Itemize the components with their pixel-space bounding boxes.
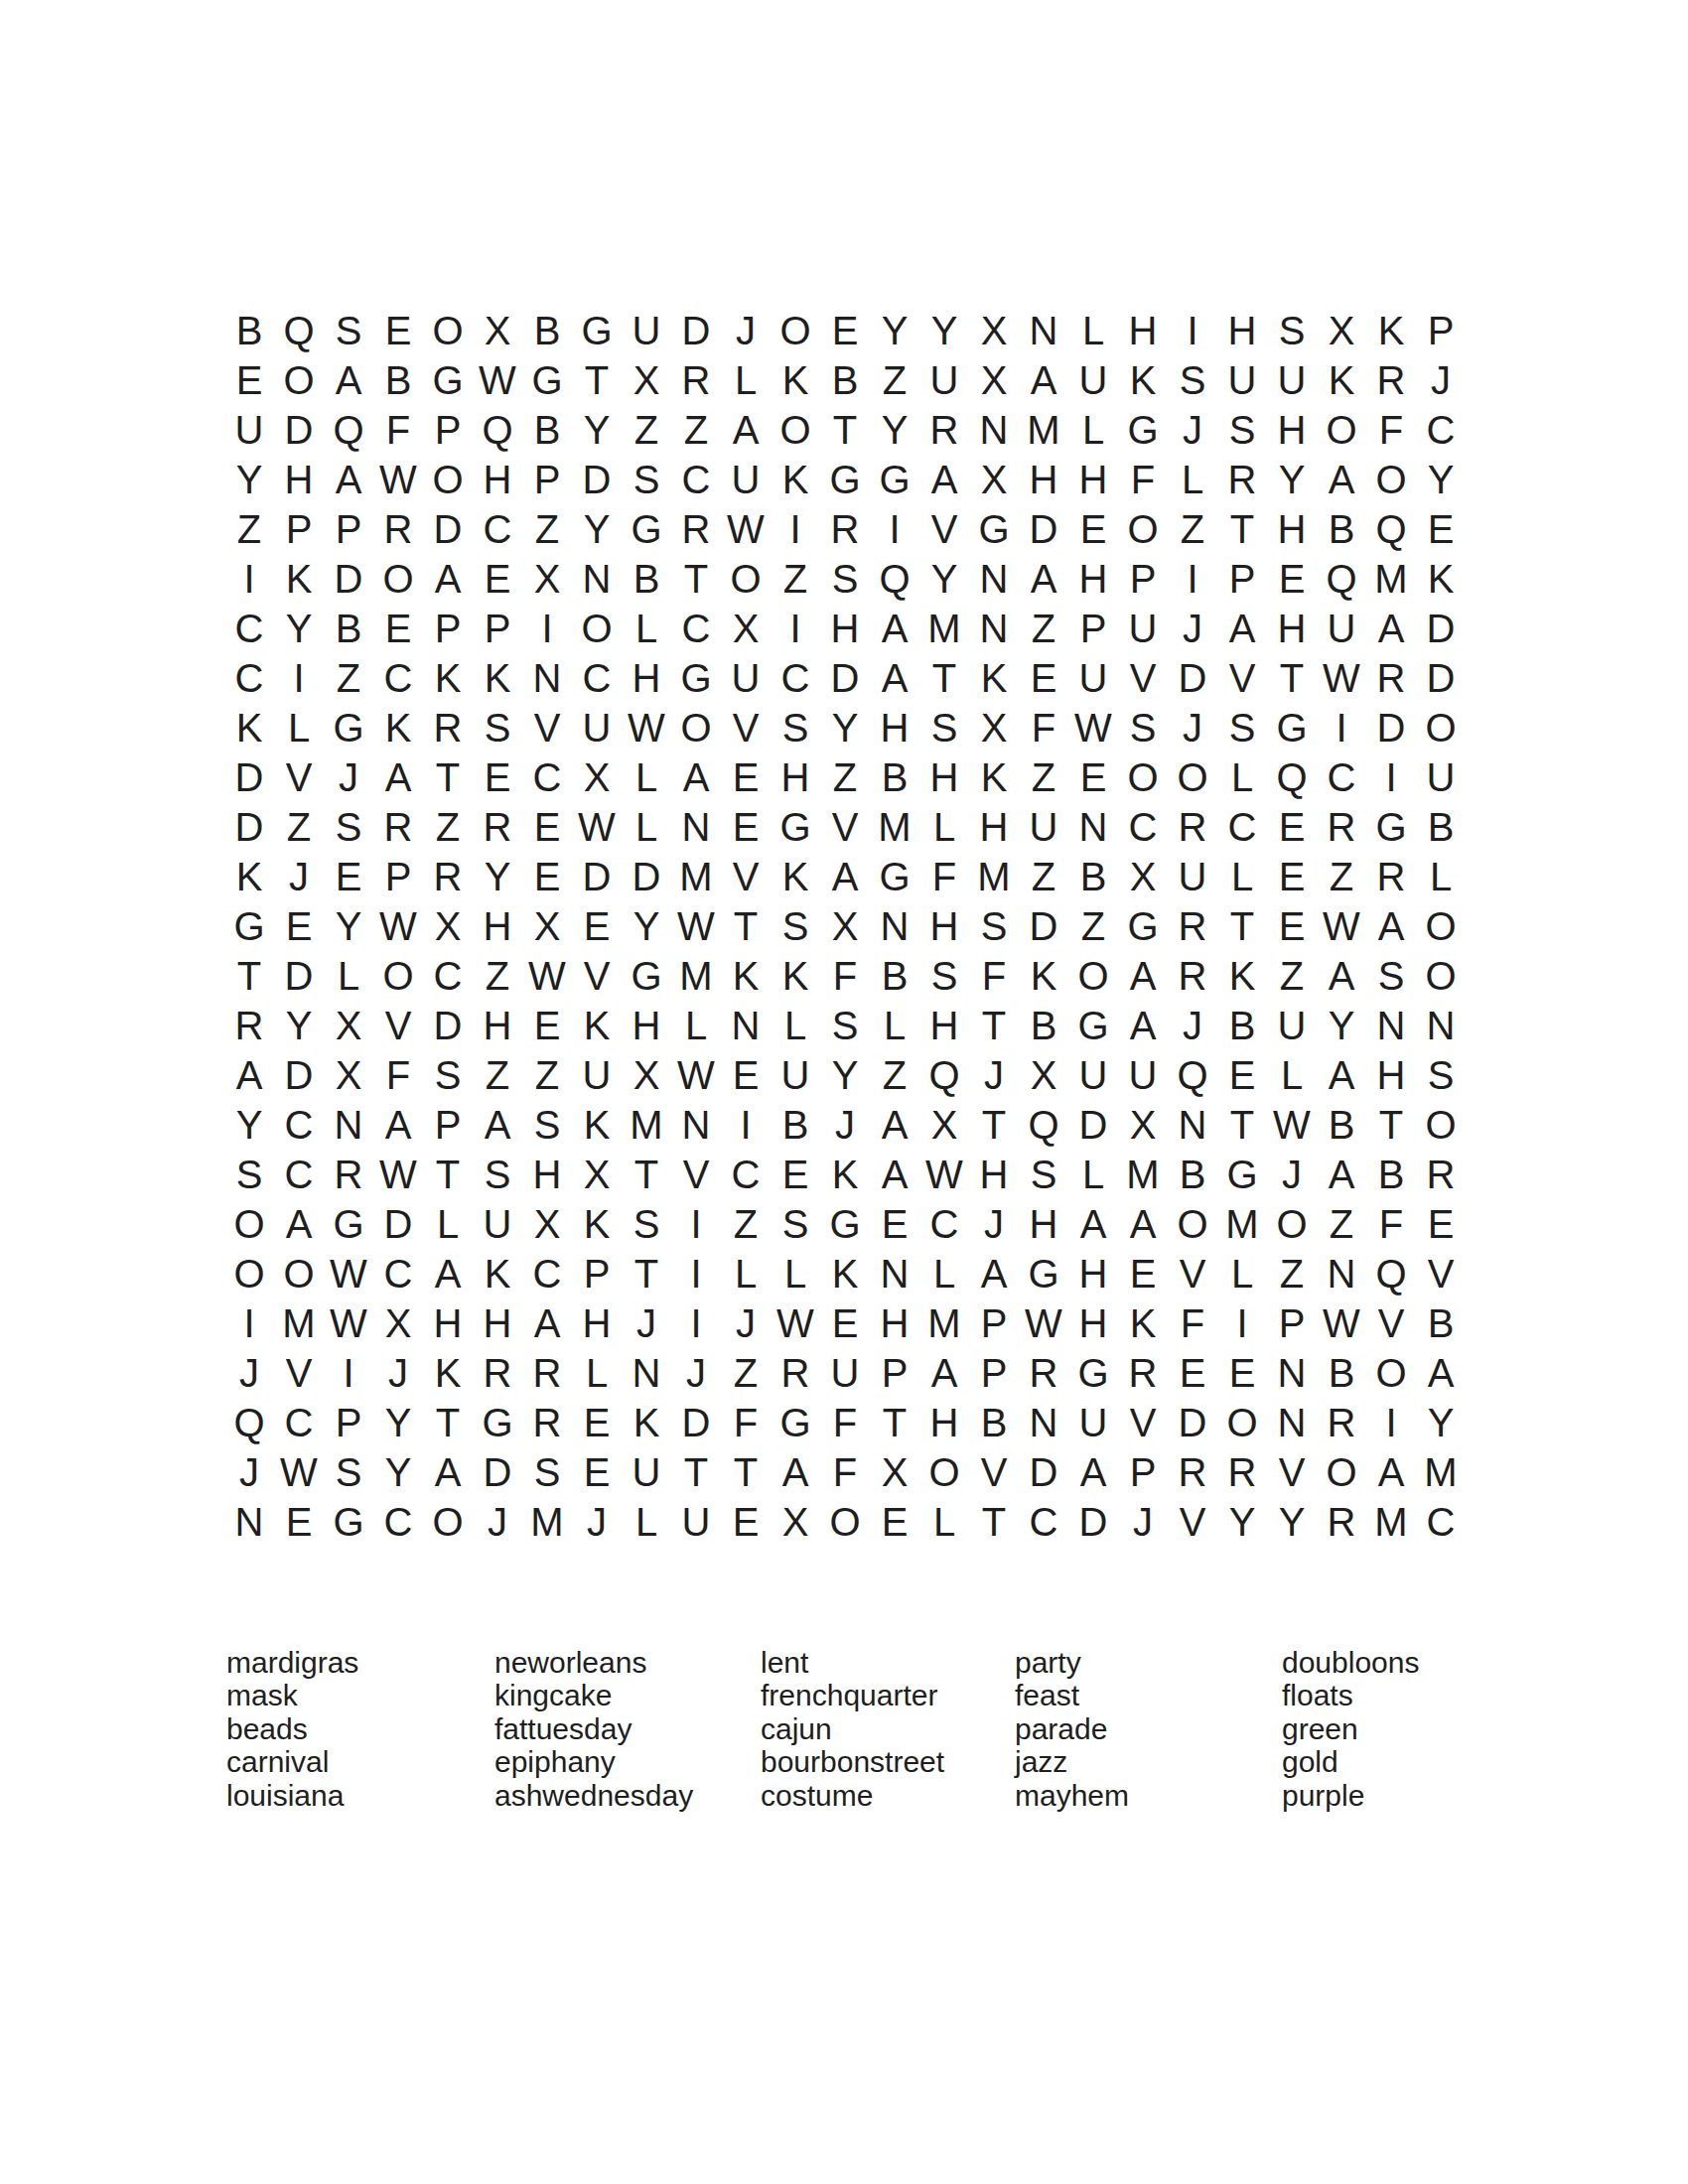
grid-cell[interactable]: N: [622, 1348, 671, 1398]
grid-cell[interactable]: O: [373, 554, 423, 604]
grid-cell[interactable]: N: [224, 1497, 274, 1547]
grid-cell[interactable]: N: [1068, 802, 1118, 852]
grid-cell[interactable]: X: [423, 901, 473, 951]
grid-cell[interactable]: G: [820, 455, 870, 504]
grid-cell[interactable]: C: [671, 604, 721, 653]
grid-cell[interactable]: D: [1068, 1100, 1118, 1150]
grid-cell[interactable]: E: [1217, 1348, 1267, 1398]
grid-cell[interactable]: X: [1118, 852, 1168, 901]
grid-cell[interactable]: W: [771, 1298, 820, 1348]
grid-cell[interactable]: E: [1168, 1348, 1217, 1398]
grid-cell[interactable]: K: [969, 653, 1019, 703]
grid-cell[interactable]: V: [721, 703, 771, 752]
grid-cell[interactable]: U: [1068, 1398, 1118, 1447]
grid-cell[interactable]: C: [423, 951, 473, 1001]
grid-cell[interactable]: U: [572, 703, 622, 752]
grid-cell[interactable]: E: [721, 1497, 771, 1547]
grid-cell[interactable]: L: [1217, 1249, 1267, 1298]
grid-cell[interactable]: Q: [1168, 1050, 1217, 1100]
grid-cell[interactable]: E: [870, 1199, 919, 1249]
grid-cell[interactable]: Z: [1317, 1199, 1366, 1249]
grid-cell[interactable]: A: [224, 1050, 274, 1100]
grid-cell[interactable]: M: [1366, 554, 1416, 604]
grid-cell[interactable]: A: [1366, 1447, 1416, 1497]
grid-cell[interactable]: L: [423, 1199, 473, 1249]
grid-cell[interactable]: T: [969, 1497, 1019, 1547]
grid-cell[interactable]: G: [671, 653, 721, 703]
grid-cell[interactable]: M: [671, 852, 721, 901]
grid-cell[interactable]: N: [671, 802, 721, 852]
grid-cell[interactable]: E: [1416, 504, 1466, 554]
grid-cell[interactable]: A: [1217, 604, 1267, 653]
grid-cell[interactable]: H: [473, 901, 522, 951]
grid-cell[interactable]: Q: [1019, 1100, 1068, 1150]
grid-cell[interactable]: K: [572, 1001, 622, 1050]
grid-cell[interactable]: K: [274, 554, 324, 604]
grid-cell[interactable]: L: [622, 1497, 671, 1547]
grid-cell[interactable]: S: [820, 554, 870, 604]
grid-cell[interactable]: F: [1366, 1199, 1416, 1249]
grid-cell[interactable]: U: [771, 1050, 820, 1100]
grid-cell[interactable]: L: [919, 1249, 969, 1298]
grid-cell[interactable]: Y: [870, 306, 919, 355]
grid-cell[interactable]: A: [324, 455, 373, 504]
grid-cell[interactable]: E: [820, 1298, 870, 1348]
grid-cell[interactable]: A: [274, 1199, 324, 1249]
grid-cell[interactable]: G: [1068, 1348, 1118, 1398]
grid-cell[interactable]: T: [622, 1249, 671, 1298]
grid-cell[interactable]: L: [622, 802, 671, 852]
grid-cell[interactable]: Q: [1366, 1249, 1416, 1298]
grid-cell[interactable]: R: [224, 1001, 274, 1050]
grid-cell[interactable]: G: [622, 951, 671, 1001]
grid-cell[interactable]: P: [324, 504, 373, 554]
grid-cell[interactable]: R: [1217, 455, 1267, 504]
grid-cell[interactable]: Z: [274, 802, 324, 852]
grid-cell[interactable]: N: [522, 653, 572, 703]
grid-cell[interactable]: I: [1168, 306, 1217, 355]
grid-cell[interactable]: P: [1416, 306, 1466, 355]
grid-cell[interactable]: T: [572, 355, 622, 405]
grid-cell[interactable]: R: [1118, 1348, 1168, 1398]
grid-cell[interactable]: E: [572, 1447, 622, 1497]
grid-cell[interactable]: E: [572, 901, 622, 951]
grid-cell[interactable]: M: [1118, 1150, 1168, 1199]
grid-cell[interactable]: F: [969, 951, 1019, 1001]
grid-cell[interactable]: C: [1416, 405, 1466, 455]
grid-cell[interactable]: O: [721, 554, 771, 604]
grid-cell[interactable]: X: [522, 1199, 572, 1249]
grid-cell[interactable]: X: [969, 455, 1019, 504]
grid-cell[interactable]: R: [423, 703, 473, 752]
grid-cell[interactable]: J: [969, 1050, 1019, 1100]
grid-cell[interactable]: M: [969, 852, 1019, 901]
grid-cell[interactable]: D: [274, 951, 324, 1001]
grid-cell[interactable]: B: [1168, 1150, 1217, 1199]
grid-cell[interactable]: G: [820, 1199, 870, 1249]
grid-cell[interactable]: R: [473, 1348, 522, 1398]
grid-cell[interactable]: J: [373, 1348, 423, 1398]
grid-cell[interactable]: V: [969, 1447, 1019, 1497]
grid-cell[interactable]: B: [870, 752, 919, 802]
grid-cell[interactable]: I: [721, 1100, 771, 1150]
grid-cell[interactable]: Z: [870, 355, 919, 405]
grid-cell[interactable]: L: [721, 1249, 771, 1298]
grid-cell[interactable]: R: [522, 1398, 572, 1447]
grid-cell[interactable]: N: [721, 1001, 771, 1050]
grid-cell[interactable]: U: [1168, 852, 1217, 901]
grid-cell[interactable]: L: [1068, 1150, 1118, 1199]
grid-cell[interactable]: S: [820, 1001, 870, 1050]
grid-cell[interactable]: O: [1416, 901, 1466, 951]
grid-cell[interactable]: O: [224, 1199, 274, 1249]
grid-cell[interactable]: X: [473, 306, 522, 355]
grid-cell[interactable]: J: [274, 852, 324, 901]
grid-cell[interactable]: F: [1168, 1298, 1217, 1348]
grid-cell[interactable]: L: [771, 1249, 820, 1298]
grid-cell[interactable]: G: [1217, 1150, 1267, 1199]
grid-cell[interactable]: D: [224, 802, 274, 852]
grid-cell[interactable]: T: [423, 1150, 473, 1199]
grid-cell[interactable]: O: [1416, 1100, 1466, 1150]
grid-cell[interactable]: R: [771, 1348, 820, 1398]
grid-cell[interactable]: R: [522, 1348, 572, 1398]
grid-cell[interactable]: I: [1217, 1298, 1267, 1348]
grid-cell[interactable]: S: [622, 455, 671, 504]
grid-cell[interactable]: X: [969, 306, 1019, 355]
grid-cell[interactable]: L: [1168, 455, 1217, 504]
grid-cell[interactable]: H: [1068, 554, 1118, 604]
grid-cell[interactable]: Z: [423, 802, 473, 852]
grid-cell[interactable]: H: [969, 1150, 1019, 1199]
grid-cell[interactable]: H: [622, 653, 671, 703]
grid-cell[interactable]: Y: [1416, 1398, 1466, 1447]
grid-cell[interactable]: X: [919, 1100, 969, 1150]
grid-cell[interactable]: L: [919, 802, 969, 852]
grid-cell[interactable]: B: [1416, 802, 1466, 852]
grid-cell[interactable]: K: [572, 1100, 622, 1150]
grid-cell[interactable]: W: [324, 1249, 373, 1298]
grid-cell[interactable]: K: [423, 1348, 473, 1398]
grid-cell[interactable]: A: [1317, 1150, 1366, 1199]
grid-cell[interactable]: O: [1068, 951, 1118, 1001]
grid-cell[interactable]: Q: [274, 306, 324, 355]
grid-cell[interactable]: Q: [1366, 504, 1416, 554]
grid-cell[interactable]: L: [622, 604, 671, 653]
grid-cell[interactable]: O: [423, 455, 473, 504]
grid-cell[interactable]: M: [522, 1497, 572, 1547]
grid-cell[interactable]: J: [224, 1447, 274, 1497]
grid-cell[interactable]: Q: [1317, 554, 1366, 604]
grid-cell[interactable]: A: [423, 554, 473, 604]
grid-cell[interactable]: L: [870, 1001, 919, 1050]
grid-cell[interactable]: D: [1019, 1447, 1068, 1497]
grid-cell[interactable]: S: [1168, 355, 1217, 405]
grid-cell[interactable]: W: [572, 802, 622, 852]
grid-cell[interactable]: M: [1416, 1447, 1466, 1497]
grid-cell[interactable]: B: [522, 405, 572, 455]
grid-cell[interactable]: P: [423, 405, 473, 455]
grid-cell[interactable]: O: [1317, 405, 1366, 455]
grid-cell[interactable]: U: [224, 405, 274, 455]
grid-cell[interactable]: A: [1019, 355, 1068, 405]
grid-cell[interactable]: C: [572, 653, 622, 703]
grid-cell[interactable]: N: [324, 1100, 373, 1150]
grid-cell[interactable]: D: [224, 752, 274, 802]
grid-cell[interactable]: C: [274, 1150, 324, 1199]
grid-cell[interactable]: H: [1019, 1199, 1068, 1249]
grid-cell[interactable]: S: [324, 306, 373, 355]
grid-cell[interactable]: C: [1416, 1497, 1466, 1547]
grid-cell[interactable]: Y: [919, 306, 969, 355]
grid-cell[interactable]: B: [870, 951, 919, 1001]
grid-cell[interactable]: V: [1267, 1447, 1317, 1497]
grid-cell[interactable]: V: [274, 1348, 324, 1398]
grid-cell[interactable]: V: [1118, 1398, 1168, 1447]
grid-cell[interactable]: I: [771, 604, 820, 653]
grid-cell[interactable]: O: [423, 1497, 473, 1547]
grid-cell[interactable]: R: [1317, 1497, 1366, 1547]
grid-cell[interactable]: T: [1217, 504, 1267, 554]
grid-cell[interactable]: X: [572, 752, 622, 802]
grid-cell[interactable]: O: [1267, 1199, 1317, 1249]
grid-cell[interactable]: W: [373, 1150, 423, 1199]
grid-cell[interactable]: R: [1217, 1447, 1267, 1497]
grid-cell[interactable]: W: [1267, 1100, 1317, 1150]
grid-cell[interactable]: J: [969, 1199, 1019, 1249]
grid-cell[interactable]: F: [820, 1398, 870, 1447]
grid-cell[interactable]: O: [1416, 703, 1466, 752]
grid-cell[interactable]: I: [1366, 752, 1416, 802]
grid-cell[interactable]: H: [1366, 1050, 1416, 1100]
grid-cell[interactable]: J: [721, 306, 771, 355]
grid-cell[interactable]: E: [473, 752, 522, 802]
grid-cell[interactable]: R: [1317, 802, 1366, 852]
grid-cell[interactable]: T: [423, 752, 473, 802]
grid-cell[interactable]: V: [1217, 653, 1267, 703]
grid-cell[interactable]: B: [622, 554, 671, 604]
grid-cell[interactable]: E: [1118, 1249, 1168, 1298]
grid-cell[interactable]: C: [373, 1249, 423, 1298]
grid-cell[interactable]: U: [671, 1497, 721, 1547]
grid-cell[interactable]: B: [1068, 852, 1118, 901]
grid-cell[interactable]: H: [572, 1298, 622, 1348]
grid-cell[interactable]: F: [373, 405, 423, 455]
grid-cell[interactable]: W: [522, 951, 572, 1001]
grid-cell[interactable]: A: [919, 455, 969, 504]
grid-cell[interactable]: R: [1168, 1447, 1217, 1497]
grid-cell[interactable]: G: [1019, 1249, 1068, 1298]
grid-cell[interactable]: J: [1168, 405, 1217, 455]
grid-cell[interactable]: C: [771, 653, 820, 703]
grid-cell[interactable]: K: [721, 951, 771, 1001]
grid-cell[interactable]: Y: [274, 1001, 324, 1050]
grid-cell[interactable]: D: [423, 1001, 473, 1050]
grid-cell[interactable]: G: [771, 802, 820, 852]
grid-cell[interactable]: F: [1118, 455, 1168, 504]
grid-cell[interactable]: A: [373, 1100, 423, 1150]
grid-cell[interactable]: S: [622, 1199, 671, 1249]
grid-cell[interactable]: G: [1267, 703, 1317, 752]
grid-cell[interactable]: Z: [1267, 951, 1317, 1001]
grid-cell[interactable]: E: [870, 1497, 919, 1547]
grid-cell[interactable]: J: [1168, 703, 1217, 752]
grid-cell[interactable]: X: [522, 554, 572, 604]
grid-cell[interactable]: W: [1317, 1298, 1366, 1348]
grid-cell[interactable]: H: [919, 752, 969, 802]
grid-cell[interactable]: O: [771, 306, 820, 355]
grid-cell[interactable]: D: [1168, 1398, 1217, 1447]
grid-cell[interactable]: A: [1317, 455, 1366, 504]
grid-cell[interactable]: Z: [771, 554, 820, 604]
grid-cell[interactable]: G: [473, 1398, 522, 1447]
grid-cell[interactable]: M: [671, 951, 721, 1001]
grid-cell[interactable]: U: [721, 455, 771, 504]
grid-cell[interactable]: D: [274, 405, 324, 455]
grid-cell[interactable]: U: [1267, 1001, 1317, 1050]
grid-cell[interactable]: V: [522, 703, 572, 752]
grid-cell[interactable]: S: [1217, 405, 1267, 455]
grid-cell[interactable]: L: [1217, 752, 1267, 802]
grid-cell[interactable]: A: [870, 1100, 919, 1150]
grid-cell[interactable]: A: [1118, 1199, 1168, 1249]
grid-cell[interactable]: A: [1019, 554, 1068, 604]
grid-cell[interactable]: Z: [1019, 604, 1068, 653]
grid-cell[interactable]: A: [919, 1348, 969, 1398]
grid-cell[interactable]: S: [473, 703, 522, 752]
grid-cell[interactable]: C: [473, 504, 522, 554]
grid-cell[interactable]: E: [1068, 504, 1118, 554]
grid-cell[interactable]: K: [373, 703, 423, 752]
grid-cell[interactable]: C: [1019, 1497, 1068, 1547]
grid-cell[interactable]: B: [820, 355, 870, 405]
grid-cell[interactable]: K: [622, 1398, 671, 1447]
grid-cell[interactable]: J: [1416, 355, 1466, 405]
grid-cell[interactable]: P: [423, 604, 473, 653]
grid-cell[interactable]: P: [1267, 1298, 1317, 1348]
grid-cell[interactable]: J: [1168, 604, 1217, 653]
grid-cell[interactable]: S: [1267, 306, 1317, 355]
grid-cell[interactable]: P: [522, 455, 572, 504]
grid-cell[interactable]: H: [423, 1298, 473, 1348]
grid-cell[interactable]: J: [473, 1497, 522, 1547]
grid-cell[interactable]: T: [969, 1001, 1019, 1050]
grid-cell[interactable]: B: [1217, 1001, 1267, 1050]
grid-cell[interactable]: T: [721, 1447, 771, 1497]
grid-cell[interactable]: O: [373, 951, 423, 1001]
grid-cell[interactable]: R: [324, 1150, 373, 1199]
grid-cell[interactable]: U: [1416, 752, 1466, 802]
grid-cell[interactable]: B: [1317, 504, 1366, 554]
grid-cell[interactable]: F: [919, 852, 969, 901]
grid-cell[interactable]: U: [1118, 604, 1168, 653]
grid-cell[interactable]: X: [1019, 1050, 1068, 1100]
grid-cell[interactable]: W: [671, 901, 721, 951]
grid-cell[interactable]: Z: [473, 951, 522, 1001]
grid-cell[interactable]: W: [671, 1050, 721, 1100]
grid-cell[interactable]: H: [1267, 604, 1317, 653]
grid-cell[interactable]: G: [572, 306, 622, 355]
grid-cell[interactable]: M: [919, 604, 969, 653]
grid-cell[interactable]: B: [522, 306, 572, 355]
grid-cell[interactable]: N: [1366, 1001, 1416, 1050]
grid-cell[interactable]: E: [721, 752, 771, 802]
grid-cell[interactable]: F: [721, 1398, 771, 1447]
grid-cell[interactable]: N: [572, 554, 622, 604]
grid-cell[interactable]: X: [622, 355, 671, 405]
grid-cell[interactable]: S: [1019, 1150, 1068, 1199]
grid-cell[interactable]: J: [721, 1298, 771, 1348]
grid-cell[interactable]: R: [1366, 852, 1416, 901]
grid-cell[interactable]: E: [522, 1001, 572, 1050]
grid-cell[interactable]: P: [274, 504, 324, 554]
grid-cell[interactable]: A: [969, 1249, 1019, 1298]
grid-cell[interactable]: L: [919, 1497, 969, 1547]
grid-cell[interactable]: R: [1317, 1398, 1366, 1447]
grid-cell[interactable]: U: [622, 1447, 671, 1497]
grid-cell[interactable]: D: [572, 852, 622, 901]
grid-cell[interactable]: N: [1019, 306, 1068, 355]
grid-cell[interactable]: K: [820, 1150, 870, 1199]
grid-cell[interactable]: P: [1118, 1447, 1168, 1497]
grid-cell[interactable]: C: [522, 752, 572, 802]
grid-cell[interactable]: O: [919, 1447, 969, 1497]
grid-cell[interactable]: E: [324, 852, 373, 901]
grid-cell[interactable]: B: [1019, 1001, 1068, 1050]
grid-cell[interactable]: H: [1217, 306, 1267, 355]
grid-cell[interactable]: G: [1366, 802, 1416, 852]
grid-cell[interactable]: K: [969, 752, 1019, 802]
grid-cell[interactable]: K: [1366, 306, 1416, 355]
grid-cell[interactable]: G: [324, 1497, 373, 1547]
grid-cell[interactable]: J: [1118, 1497, 1168, 1547]
grid-cell[interactable]: V: [1416, 1249, 1466, 1298]
grid-cell[interactable]: B: [324, 604, 373, 653]
grid-cell[interactable]: Z: [622, 405, 671, 455]
grid-cell[interactable]: N: [969, 405, 1019, 455]
grid-cell[interactable]: U: [820, 1348, 870, 1398]
grid-cell[interactable]: D: [1416, 604, 1466, 653]
grid-cell[interactable]: D: [572, 455, 622, 504]
grid-cell[interactable]: Y: [622, 901, 671, 951]
grid-cell[interactable]: X: [622, 1050, 671, 1100]
grid-cell[interactable]: K: [1118, 1298, 1168, 1348]
grid-cell[interactable]: X: [1118, 1100, 1168, 1150]
grid-cell[interactable]: L: [1267, 1050, 1317, 1100]
grid-cell[interactable]: S: [919, 703, 969, 752]
grid-cell[interactable]: G: [324, 1199, 373, 1249]
grid-cell[interactable]: T: [919, 653, 969, 703]
grid-cell[interactable]: C: [919, 1199, 969, 1249]
grid-cell[interactable]: E: [373, 306, 423, 355]
grid-cell[interactable]: E: [1267, 554, 1317, 604]
grid-cell[interactable]: R: [1168, 802, 1217, 852]
grid-cell[interactable]: E: [1068, 752, 1118, 802]
grid-cell[interactable]: Y: [1416, 455, 1466, 504]
grid-cell[interactable]: X: [373, 1298, 423, 1348]
grid-cell[interactable]: O: [1366, 455, 1416, 504]
grid-cell[interactable]: R: [1019, 1348, 1068, 1398]
grid-cell[interactable]: A: [820, 852, 870, 901]
grid-cell[interactable]: Y: [224, 455, 274, 504]
grid-cell[interactable]: V: [721, 852, 771, 901]
grid-cell[interactable]: J: [324, 752, 373, 802]
grid-cell[interactable]: K: [1317, 355, 1366, 405]
grid-cell[interactable]: R: [373, 504, 423, 554]
grid-cell[interactable]: D: [820, 653, 870, 703]
grid-cell[interactable]: J: [1168, 1001, 1217, 1050]
grid-cell[interactable]: U: [1068, 653, 1118, 703]
